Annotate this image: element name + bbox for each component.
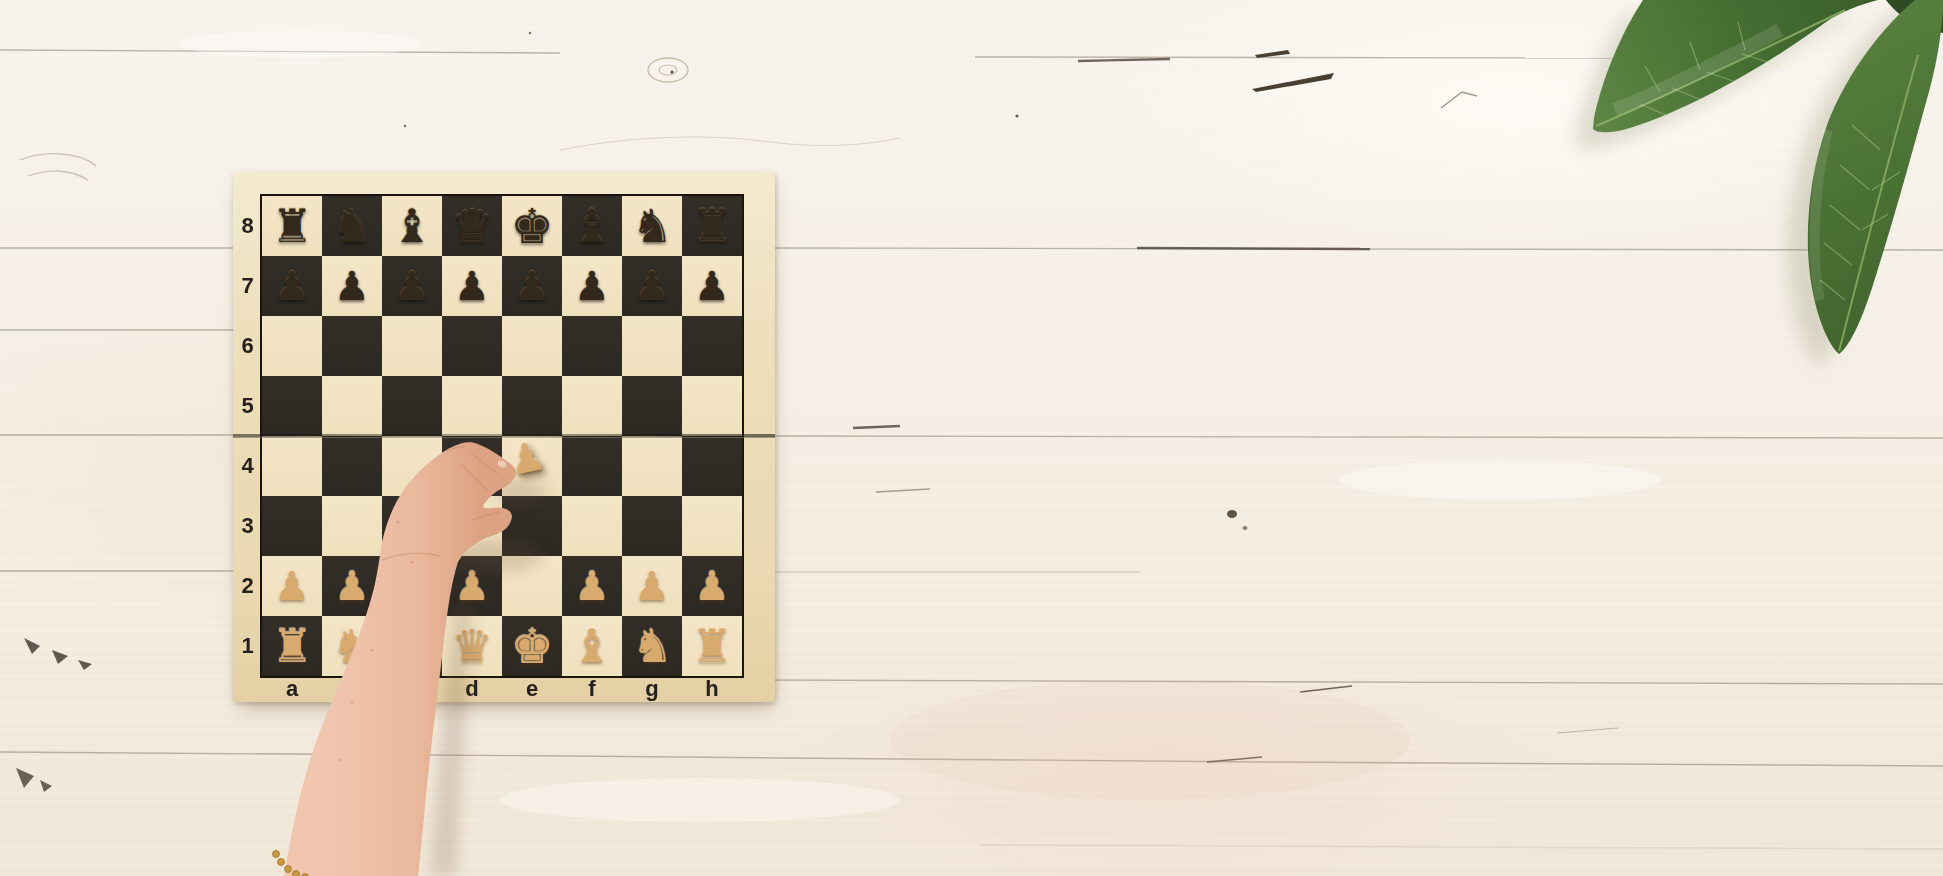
player-arm-hand bbox=[0, 0, 1943, 876]
arm-silhouette bbox=[284, 442, 516, 876]
scene: ♜♞♝♛♚♝♞♜♟♟♟♟♟♟♟♟♟♟♟♟♟♟♟♟♜♞♝♛♚♝♞♜ 8765432… bbox=[0, 0, 1943, 876]
